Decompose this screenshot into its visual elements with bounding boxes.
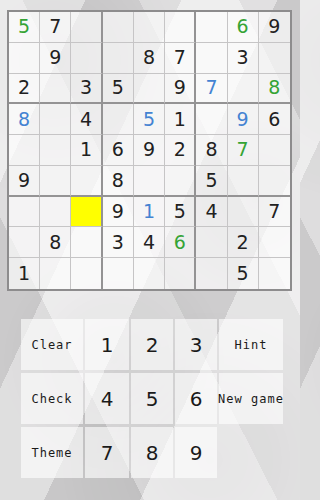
cell-r4c7[interactable]: [196, 104, 227, 135]
digit-8-button[interactable]: 8: [131, 427, 173, 478]
cell-r5c8[interactable]: 7: [228, 135, 259, 166]
cell-r2c2[interactable]: 9: [40, 43, 71, 74]
cell-r1c6[interactable]: [165, 12, 196, 43]
cell-r6c8[interactable]: [228, 166, 259, 197]
cell-r4c8[interactable]: 9: [228, 104, 259, 135]
cell-r3c2[interactable]: [40, 74, 71, 105]
check-button[interactable]: Check: [21, 373, 83, 424]
cell-r3c3[interactable]: 3: [71, 74, 102, 105]
sudoku-app: { "game": "sudoku", "board": { "rows": 9…: [0, 0, 300, 500]
cell-r4c3[interactable]: 4: [71, 104, 102, 135]
cell-r9c1[interactable]: 1: [9, 258, 40, 289]
cell-r3c9[interactable]: 8: [259, 74, 290, 105]
cell-r8c9[interactable]: [259, 227, 290, 258]
cell-r6c6[interactable]: [165, 166, 196, 197]
cell-r9c2[interactable]: [40, 258, 71, 289]
new-game-button[interactable]: New game: [219, 373, 283, 424]
cell-r6c4[interactable]: 8: [103, 166, 134, 197]
cell-r4c9[interactable]: 6: [259, 104, 290, 135]
selected-cell-r7c3[interactable]: [71, 197, 102, 228]
clear-button[interactable]: Clear: [21, 319, 83, 370]
cell-r8c5[interactable]: 4: [134, 227, 165, 258]
cell-r8c2[interactable]: 8: [40, 227, 71, 258]
cell-r5c6[interactable]: 2: [165, 135, 196, 166]
cell-r8c1[interactable]: [9, 227, 40, 258]
cell-r1c4[interactable]: [103, 12, 134, 43]
cell-r6c2[interactable]: [40, 166, 71, 197]
cell-r7c4[interactable]: 9: [103, 197, 134, 228]
cell-r2c9[interactable]: [259, 43, 290, 74]
cell-r7c2[interactable]: [40, 197, 71, 228]
cell-r5c1[interactable]: [9, 135, 40, 166]
cell-r7c5[interactable]: 1: [134, 197, 165, 228]
cell-r1c9[interactable]: 9: [259, 12, 290, 43]
cell-r6c1[interactable]: 9: [9, 166, 40, 197]
cell-r9c5[interactable]: [134, 258, 165, 289]
cell-r8c4[interactable]: 3: [103, 227, 134, 258]
cell-r2c3[interactable]: [71, 43, 102, 74]
sudoku-board: 5769987323597884519616928798591547834621…: [7, 10, 292, 291]
cell-r9c6[interactable]: [165, 258, 196, 289]
cell-r3c4[interactable]: 5: [103, 74, 134, 105]
cell-r8c8[interactable]: 2: [228, 227, 259, 258]
cell-r4c1[interactable]: 8: [9, 104, 40, 135]
cell-r8c7[interactable]: [196, 227, 227, 258]
cell-r4c6[interactable]: 1: [165, 104, 196, 135]
digit-3-button[interactable]: 3: [175, 319, 217, 370]
cell-r1c8[interactable]: 6: [228, 12, 259, 43]
cell-r7c8[interactable]: [228, 197, 259, 228]
digit-6-button[interactable]: 6: [175, 373, 217, 424]
cell-r1c2[interactable]: 7: [40, 12, 71, 43]
digit-4-button[interactable]: 4: [85, 373, 129, 424]
cell-r2c5[interactable]: 8: [134, 43, 165, 74]
cell-r7c7[interactable]: 4: [196, 197, 227, 228]
cell-r6c5[interactable]: [134, 166, 165, 197]
cell-r2c4[interactable]: [103, 43, 134, 74]
cell-r9c9[interactable]: [259, 258, 290, 289]
cell-r2c8[interactable]: 3: [228, 43, 259, 74]
cell-r1c1[interactable]: 5: [9, 12, 40, 43]
cell-r3c8[interactable]: [228, 74, 259, 105]
cell-r3c5[interactable]: [134, 74, 165, 105]
cell-r1c7[interactable]: [196, 12, 227, 43]
cell-r6c9[interactable]: [259, 166, 290, 197]
cell-r9c4[interactable]: [103, 258, 134, 289]
digit-2-button[interactable]: 2: [131, 319, 173, 370]
cell-r5c7[interactable]: 8: [196, 135, 227, 166]
cell-r6c3[interactable]: [71, 166, 102, 197]
cell-r2c7[interactable]: [196, 43, 227, 74]
cell-r4c2[interactable]: [40, 104, 71, 135]
cell-r7c9[interactable]: 7: [259, 197, 290, 228]
cell-r9c3[interactable]: [71, 258, 102, 289]
cell-r2c1[interactable]: [9, 43, 40, 74]
hint-button[interactable]: Hint: [219, 319, 283, 370]
cell-r4c5[interactable]: 5: [134, 104, 165, 135]
cell-r2c6[interactable]: 7: [165, 43, 196, 74]
digit-7-button[interactable]: 7: [85, 427, 129, 478]
cell-r5c9[interactable]: [259, 135, 290, 166]
cell-r9c7[interactable]: [196, 258, 227, 289]
cell-r3c6[interactable]: 9: [165, 74, 196, 105]
cell-r5c2[interactable]: [40, 135, 71, 166]
cell-r1c3[interactable]: [71, 12, 102, 43]
digit-1-button[interactable]: 1: [85, 319, 129, 370]
cell-r5c5[interactable]: 9: [134, 135, 165, 166]
cell-r6c7[interactable]: 5: [196, 166, 227, 197]
digit-9-button[interactable]: 9: [175, 427, 217, 478]
theme-button[interactable]: Theme: [21, 427, 83, 478]
cell-r7c1[interactable]: [9, 197, 40, 228]
cell-r9c8[interactable]: 5: [228, 258, 259, 289]
cell-r3c7[interactable]: 7: [196, 74, 227, 105]
cell-r8c3[interactable]: [71, 227, 102, 258]
control-panel: Clear123HintCheck456New gameTheme789: [21, 319, 283, 478]
cell-r5c3[interactable]: 1: [71, 135, 102, 166]
cell-r7c6[interactable]: 5: [165, 197, 196, 228]
digit-5-button[interactable]: 5: [131, 373, 173, 424]
cell-r3c1[interactable]: 2: [9, 74, 40, 105]
cell-r5c4[interactable]: 6: [103, 135, 134, 166]
cell-r1c5[interactable]: [134, 12, 165, 43]
cell-r8c6[interactable]: 6: [165, 227, 196, 258]
cell-r4c4[interactable]: [103, 104, 134, 135]
